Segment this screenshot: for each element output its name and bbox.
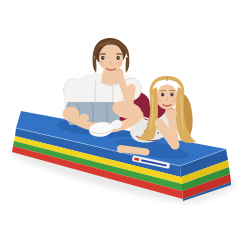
lying-girl-left-forearm xyxy=(124,149,146,152)
eye-glint xyxy=(118,57,119,58)
eye-glint xyxy=(172,93,173,94)
blush xyxy=(172,97,177,102)
eye-glint xyxy=(163,93,164,94)
blush xyxy=(157,97,162,102)
eye-glint xyxy=(103,57,104,58)
sitting-girl-left-eye xyxy=(101,56,104,60)
lying-girl-left-hand xyxy=(117,145,125,153)
sitting-girl-right-eye xyxy=(117,56,120,60)
product-photo xyxy=(0,0,240,240)
blush xyxy=(99,61,104,66)
lying-girl-right-forearm xyxy=(172,118,175,145)
lying-girl-fist xyxy=(165,108,177,120)
scene-canvas xyxy=(0,0,240,240)
lying-girl-right-eye xyxy=(170,92,173,96)
lying-girl-left-eye xyxy=(161,92,164,96)
blush xyxy=(118,61,123,66)
